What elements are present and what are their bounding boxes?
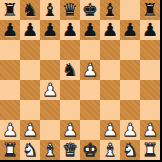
square-e2[interactable] <box>80 120 100 140</box>
square-d4[interactable] <box>60 80 80 100</box>
black-pawn-icon[interactable]: ♟ <box>142 20 158 40</box>
square-b4[interactable] <box>20 80 40 100</box>
square-h8[interactable]: ♜ <box>140 0 160 20</box>
square-a7[interactable]: ♟ <box>0 20 20 40</box>
square-c1[interactable]: ♝ <box>40 140 60 160</box>
square-e6[interactable] <box>80 40 100 60</box>
white-queen-icon[interactable]: ♛ <box>62 140 78 160</box>
square-g7[interactable]: ♟ <box>120 20 140 40</box>
square-h1[interactable]: ♜ <box>140 140 160 160</box>
square-h4[interactable] <box>140 80 160 100</box>
black-pawn-icon[interactable]: ♟ <box>122 20 138 40</box>
square-d7[interactable]: ♟ <box>60 20 80 40</box>
square-b5[interactable] <box>20 60 40 80</box>
square-a4[interactable] <box>0 80 20 100</box>
white-pawn-icon[interactable]: ♟ <box>122 120 138 140</box>
square-g2[interactable]: ♟ <box>120 120 140 140</box>
square-e8[interactable]: ♚ <box>80 0 100 20</box>
square-c6[interactable] <box>40 40 60 60</box>
square-b1[interactable]: ♞ <box>20 140 40 160</box>
square-b2[interactable]: ♟ <box>20 120 40 140</box>
square-f4[interactable] <box>100 80 120 100</box>
square-a3[interactable] <box>0 100 20 120</box>
square-f6[interactable] <box>100 40 120 60</box>
square-a5[interactable] <box>0 60 20 80</box>
black-pawn-icon[interactable]: ♟ <box>22 20 38 40</box>
square-e7[interactable]: ♟ <box>80 20 100 40</box>
square-g4[interactable] <box>120 80 140 100</box>
white-pawn-icon[interactable]: ♟ <box>82 60 98 80</box>
white-bishop-icon[interactable]: ♝ <box>42 140 58 160</box>
square-d5[interactable]: ♞ <box>60 60 80 80</box>
white-pawn-icon[interactable]: ♟ <box>2 120 18 140</box>
black-knight-icon[interactable]: ♞ <box>62 60 78 80</box>
square-c7[interactable]: ♟ <box>40 20 60 40</box>
white-pawn-icon[interactable]: ♟ <box>22 120 38 140</box>
square-e1[interactable]: ♚ <box>80 140 100 160</box>
black-bishop-icon[interactable]: ♝ <box>102 0 118 20</box>
white-rook-icon[interactable]: ♜ <box>142 140 158 160</box>
square-h5[interactable] <box>140 60 160 80</box>
square-g1[interactable]: ♞ <box>120 140 140 160</box>
square-c3[interactable] <box>40 100 60 120</box>
white-bishop-icon[interactable]: ♝ <box>102 140 118 160</box>
square-g8[interactable] <box>120 0 140 20</box>
square-b8[interactable]: ♞ <box>20 0 40 20</box>
black-pawn-icon[interactable]: ♟ <box>102 20 118 40</box>
black-bishop-icon[interactable]: ♝ <box>42 0 58 20</box>
square-d1[interactable]: ♛ <box>60 140 80 160</box>
white-pawn-icon[interactable]: ♟ <box>142 120 158 140</box>
black-king-icon[interactable]: ♚ <box>82 0 98 20</box>
square-d8[interactable]: ♛ <box>60 0 80 20</box>
square-e3[interactable] <box>80 100 100 120</box>
white-rook-icon[interactable]: ♜ <box>2 140 18 160</box>
black-pawn-icon[interactable]: ♟ <box>62 20 78 40</box>
black-pawn-icon[interactable]: ♟ <box>82 20 98 40</box>
square-f7[interactable]: ♟ <box>100 20 120 40</box>
square-f1[interactable]: ♝ <box>100 140 120 160</box>
square-a1[interactable]: ♜ <box>0 140 20 160</box>
white-knight-icon[interactable]: ♞ <box>22 140 38 160</box>
square-c8[interactable]: ♝ <box>40 0 60 20</box>
square-g5[interactable] <box>120 60 140 80</box>
square-d6[interactable] <box>60 40 80 60</box>
square-f2[interactable]: ♟ <box>100 120 120 140</box>
square-c2[interactable] <box>40 120 60 140</box>
white-knight-icon[interactable]: ♞ <box>122 140 138 160</box>
square-f3[interactable] <box>100 100 120 120</box>
square-d3[interactable] <box>60 100 80 120</box>
black-rook-icon[interactable]: ♜ <box>2 0 18 20</box>
square-g6[interactable] <box>120 40 140 60</box>
square-f5[interactable] <box>100 60 120 80</box>
chess-board: ♜♞♝♛♚♝♜♟♟♟♟♟♟♟♟♞♟♟♟♟♟♟♟♟♜♞♝♛♚♝♞♜ <box>0 0 160 160</box>
square-g3[interactable] <box>120 100 140 120</box>
white-pawn-icon[interactable]: ♟ <box>102 120 118 140</box>
black-knight-icon[interactable]: ♞ <box>22 0 38 20</box>
square-h3[interactable] <box>140 100 160 120</box>
black-pawn-icon[interactable]: ♟ <box>2 20 18 40</box>
square-b6[interactable] <box>20 40 40 60</box>
white-pawn-icon[interactable]: ♟ <box>62 120 78 140</box>
square-a6[interactable] <box>0 40 20 60</box>
square-a2[interactable]: ♟ <box>0 120 20 140</box>
square-h7[interactable]: ♟ <box>140 20 160 40</box>
black-queen-icon[interactable]: ♛ <box>62 0 78 20</box>
square-c4[interactable]: ♟ <box>40 80 60 100</box>
square-e4[interactable] <box>80 80 100 100</box>
square-e5[interactable]: ♟ <box>80 60 100 80</box>
square-b3[interactable] <box>20 100 40 120</box>
black-pawn-icon[interactable]: ♟ <box>42 20 58 40</box>
square-d2[interactable]: ♟ <box>60 120 80 140</box>
black-rook-icon[interactable]: ♜ <box>142 0 158 20</box>
white-pawn-icon[interactable]: ♟ <box>42 80 58 100</box>
chess-board-screenshot: ♜♞♝♛♚♝♜♟♟♟♟♟♟♟♟♞♟♟♟♟♟♟♟♟♜♞♝♛♚♝♞♜ <box>0 0 162 162</box>
square-h6[interactable] <box>140 40 160 60</box>
square-b7[interactable]: ♟ <box>20 20 40 40</box>
square-h2[interactable]: ♟ <box>140 120 160 140</box>
white-king-icon[interactable]: ♚ <box>82 140 98 160</box>
square-f8[interactable]: ♝ <box>100 0 120 20</box>
square-a8[interactable]: ♜ <box>0 0 20 20</box>
square-c5[interactable] <box>40 60 60 80</box>
